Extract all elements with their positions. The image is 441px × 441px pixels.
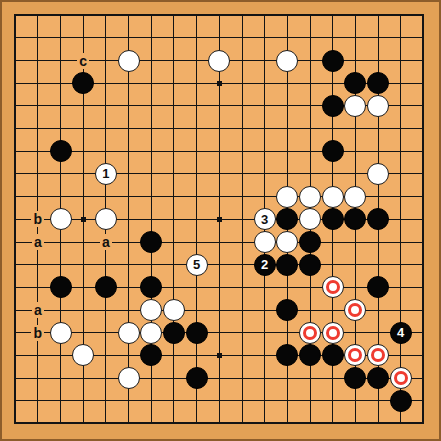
circle-marker-icon — [326, 326, 340, 340]
point-label-a: a — [32, 302, 44, 318]
stone-black — [322, 140, 344, 162]
stone-black — [322, 50, 344, 72]
stone-black — [322, 95, 344, 117]
stone-white — [140, 322, 162, 344]
stone-black — [186, 322, 208, 344]
point-label-a: a — [32, 234, 44, 250]
move-stone-3: 3 — [254, 208, 276, 230]
stone-black — [367, 367, 389, 389]
point-label-a: a — [100, 234, 112, 250]
stone-white — [299, 186, 321, 208]
circle-marker-icon — [371, 348, 385, 362]
grid-line-horizontal — [15, 264, 423, 265]
move-stone-4: 4 — [390, 322, 412, 344]
stone-black — [390, 390, 412, 412]
move-stone-5: 5 — [186, 254, 208, 276]
stone-black — [50, 140, 72, 162]
circle-marker-icon — [348, 348, 362, 362]
star-point — [81, 217, 86, 222]
circle-marker-icon — [348, 303, 362, 317]
stone-white — [367, 95, 389, 117]
grid-line-vertical — [400, 15, 401, 423]
circle-marker-icon — [326, 280, 340, 294]
stone-black — [322, 208, 344, 230]
star-point — [217, 81, 222, 86]
stone-black — [163, 322, 185, 344]
stone-white — [322, 186, 344, 208]
stone-black — [186, 367, 208, 389]
grid-line-vertical — [242, 15, 243, 423]
stone-white — [276, 186, 298, 208]
move-stone-2: 2 — [254, 254, 276, 276]
grid-line-horizontal — [15, 287, 423, 288]
stone-white — [118, 367, 140, 389]
point-label-b: b — [31, 325, 44, 341]
point-label-b: b — [31, 211, 44, 227]
stone-white — [118, 322, 140, 344]
grid-line-horizontal — [15, 332, 423, 333]
star-point — [217, 353, 222, 358]
stone-white — [276, 50, 298, 72]
grid-line-horizontal — [15, 242, 423, 243]
grid-line-horizontal — [15, 400, 423, 401]
star-point — [217, 217, 222, 222]
stone-black — [322, 344, 344, 366]
stone-white — [50, 208, 72, 230]
move-stone-1: 1 — [95, 163, 117, 185]
stone-white — [50, 322, 72, 344]
circle-marker-icon — [394, 371, 408, 385]
stone-white — [208, 50, 230, 72]
go-board: 13524 cbaaab — [0, 0, 441, 441]
circle-marker-icon — [303, 326, 317, 340]
stone-white-circled — [322, 276, 344, 298]
stone-white-circled — [299, 322, 321, 344]
stone-white-circled — [390, 367, 412, 389]
stone-white — [367, 163, 389, 185]
stone-white — [254, 231, 276, 253]
stone-white — [163, 299, 185, 321]
stone-black — [299, 254, 321, 276]
stone-white — [344, 186, 366, 208]
stone-black — [299, 231, 321, 253]
stone-white-circled — [322, 322, 344, 344]
stone-black — [276, 254, 298, 276]
point-label-c: c — [77, 53, 89, 69]
stone-white — [118, 50, 140, 72]
stone-black — [50, 276, 72, 298]
